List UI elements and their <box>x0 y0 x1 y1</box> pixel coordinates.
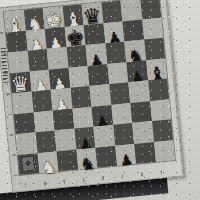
board-square: ♞ <box>37 151 58 173</box>
board-square: ♟ <box>51 88 72 110</box>
board-square <box>122 19 143 41</box>
black-knight: ♞ <box>78 154 95 172</box>
board-square: ♟ <box>91 104 112 126</box>
board-square <box>132 121 153 143</box>
board-square <box>109 82 130 104</box>
board-square <box>8 51 29 73</box>
board-square <box>128 80 149 102</box>
board-square: ♟ <box>115 143 136 165</box>
board-square <box>53 108 74 130</box>
board-square: ♟ <box>85 43 106 65</box>
chess-board: ♝♞♚♝♛♟♟♚♟♟♞♛♟♟♟♝♟♟♟❖♞♞♟ <box>0 0 184 193</box>
board-square <box>89 84 110 106</box>
board-square: ♞ <box>124 40 145 62</box>
board-square <box>56 149 77 171</box>
board-square <box>33 110 54 132</box>
board-square <box>70 86 91 108</box>
board-square <box>105 41 126 63</box>
white-knight: ♞ <box>40 158 57 176</box>
board-square <box>16 132 37 154</box>
board-square <box>72 106 93 128</box>
board-square <box>144 38 165 60</box>
board-square: ♚ <box>64 25 85 47</box>
board-square: ♟ <box>74 127 95 149</box>
board-square: ♞ <box>23 8 44 30</box>
board-square <box>111 103 132 125</box>
board-square <box>87 64 108 86</box>
board-square <box>55 129 76 151</box>
board-square <box>154 140 175 162</box>
board-square: ♟ <box>103 21 124 43</box>
board-square: ♟ <box>49 67 70 89</box>
board-square <box>93 125 114 147</box>
board-square <box>101 1 122 23</box>
board-square <box>12 92 33 114</box>
board-square: ♟ <box>25 28 46 50</box>
board-square <box>130 101 151 123</box>
board-square: ♝ <box>4 10 25 32</box>
board-square: ♝ <box>146 58 167 80</box>
board-square <box>95 145 116 167</box>
board-square: ♟ <box>45 27 66 49</box>
board-corner-emblem: ❖ <box>21 155 36 172</box>
board-grid: ♝♞♚♝♛♟♟♚♟♟♞♛♟♟♟♝♟♟♟❖♞♞♟ <box>4 0 175 175</box>
board-square <box>113 123 134 145</box>
board-square: ♝ <box>62 4 83 26</box>
board-square <box>14 112 35 134</box>
board-square: ♟ <box>126 60 147 82</box>
board-square: ♛ <box>10 71 31 93</box>
board-square <box>66 45 87 67</box>
board-square: ♟ <box>29 69 50 91</box>
photograph-background: ♝♞♚♝♛♟♟♚♟♟♞♛♟♟♟♝♟♟♟❖♞♞♟ <box>0 0 200 200</box>
board-square: ❖ <box>18 153 39 175</box>
board-square <box>35 130 56 152</box>
board-square <box>148 78 169 100</box>
board-square <box>142 17 163 39</box>
board-square <box>84 23 105 45</box>
board-square <box>6 30 27 52</box>
board-square <box>31 90 52 112</box>
board-square <box>47 47 68 69</box>
board-square <box>68 66 89 88</box>
board-square: ♚ <box>43 6 64 28</box>
board-square <box>120 0 141 21</box>
black-pawn: ♟ <box>119 153 134 169</box>
board-square <box>27 49 48 71</box>
board-square <box>140 0 161 19</box>
board-square: ♞ <box>76 147 97 169</box>
board-square: ♛ <box>82 2 103 24</box>
board-square <box>107 62 128 84</box>
board-square <box>134 142 155 164</box>
board-square <box>150 99 171 121</box>
board-square <box>152 119 173 141</box>
